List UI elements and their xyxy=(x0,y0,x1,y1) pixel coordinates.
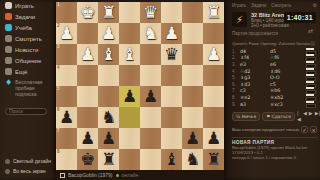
white-move[interactable]: d4 xyxy=(240,49,270,54)
game-controls: ½ Ничья ⚑ Сдаться |◀◀▶▶| xyxy=(232,110,318,122)
black-pawn-h6: ♟ xyxy=(56,107,77,128)
black-pawn-d5: ♟ xyxy=(140,86,161,107)
square-g6[interactable] xyxy=(77,107,98,128)
square-g4[interactable] xyxy=(77,65,98,86)
move-nav-button[interactable]: ▶ xyxy=(309,110,313,122)
square-f7[interactable]: ♟ xyxy=(98,128,119,149)
square-g3[interactable]: ♟ xyxy=(77,44,98,65)
move-number: 4. xyxy=(232,69,240,74)
square-h4[interactable]: 4 xyxy=(56,65,77,86)
square-g1[interactable]: ♚ xyxy=(77,2,98,23)
sidebar-item-3[interactable]: Учёба xyxy=(0,22,56,33)
rank-label: 4 xyxy=(57,65,60,70)
patron-diamond-icon: ♦ xyxy=(5,79,12,87)
square-b5[interactable] xyxy=(182,86,203,107)
fullscreen-icon xyxy=(5,169,10,174)
swap-icon[interactable]: ⇄ xyxy=(308,27,313,34)
draw-offer-text: Ваш соперник предлагает ничью xyxy=(232,127,299,132)
square-h3[interactable]: 3 xyxy=(56,44,77,65)
rank-label: 6 xyxy=(57,107,60,112)
square-h6[interactable]: 6♟ xyxy=(56,107,77,128)
square-a6[interactable] xyxy=(203,107,224,128)
square-e2[interactable] xyxy=(119,23,140,44)
move-number: 2. xyxy=(232,55,240,60)
community-icon xyxy=(5,57,12,64)
square-e5[interactable]: ♟ xyxy=(119,86,140,107)
square-c2[interactable]: ♟ xyxy=(161,23,182,44)
chess-board[interactable]: 1♚♜♛♜2♟♟♞♟3♟♝♝♛♟45♟♟6♟♞7♟♟♟♟8♚♜♝♞♜ xyxy=(56,2,224,170)
sidebar-item-7[interactable]: Ещё xyxy=(0,66,56,77)
eval-chips xyxy=(306,101,316,108)
white-move[interactable]: ♗d3 xyxy=(240,82,270,87)
white-pawn-c2: ♟ xyxy=(161,23,182,44)
new-game-line3: победа 0 / ничья 1 / поражение 0 xyxy=(232,155,318,160)
square-a5[interactable] xyxy=(203,86,224,107)
sidebar-footer-label: Во весь экран xyxy=(13,168,45,174)
learn-icon xyxy=(5,24,12,31)
square-c4[interactable] xyxy=(161,65,182,86)
square-a8[interactable]: ♜ xyxy=(203,149,224,170)
sidebar-item-1[interactable]: Играть xyxy=(0,0,56,11)
more-icon xyxy=(5,68,12,75)
square-b7[interactable]: ♟ xyxy=(182,128,203,149)
bottom-player-bar: ВасорGoblin (1979) онлайн xyxy=(56,170,224,180)
square-f6[interactable]: ♞ xyxy=(98,107,119,128)
black-move[interactable]: c5 xyxy=(270,82,300,87)
move-number: 6. xyxy=(232,82,240,87)
square-g2[interactable] xyxy=(77,23,98,44)
square-c5[interactable] xyxy=(161,86,182,107)
move-nav-button[interactable]: |◀ xyxy=(297,110,301,122)
sidebar-footer-item[interactable]: Во весь экран xyxy=(0,166,56,176)
white-move[interactable]: e3 xyxy=(240,62,270,67)
black-queen-c3: ♛ xyxy=(161,44,182,65)
square-c1[interactable] xyxy=(161,2,182,23)
white-rook-f1: ♜ xyxy=(98,2,119,23)
square-e1[interactable] xyxy=(119,2,140,23)
square-e6[interactable] xyxy=(119,107,140,128)
square-b1[interactable] xyxy=(182,2,203,23)
square-d5[interactable]: ♟ xyxy=(140,86,161,107)
search-input[interactable] xyxy=(5,108,47,115)
white-pawn-h2: ♟ xyxy=(56,23,77,44)
square-a1[interactable]: ♜ xyxy=(203,2,224,23)
black-king-g8: ♚ xyxy=(77,149,98,170)
move-number: 3. xyxy=(232,62,240,67)
rank-label: 3 xyxy=(57,44,60,49)
theme-icon xyxy=(5,159,10,164)
sidebar-footer-item[interactable]: Светлый дизайн xyxy=(0,156,56,166)
sidebar-item-label: Общение xyxy=(15,58,41,64)
square-e8[interactable] xyxy=(119,149,140,170)
sidebar-item-label: Задачи xyxy=(15,14,35,20)
sidebar-item-label: Ещё xyxy=(15,69,27,75)
sidebar-item-patron[interactable]: ♦ Бесплатная пробная подписка xyxy=(0,77,56,99)
tournament-clock: 1:40:31 xyxy=(284,12,316,23)
white-bishop-f3: ♝ xyxy=(98,44,119,65)
top-nav-item[interactable]: Смотреть xyxy=(271,3,291,8)
tournament-card: ⚡ 32 Blitz Arena Блиц • 140 игроков 3+0 … xyxy=(232,12,318,36)
draw-offer-button[interactable]: ½ Ничья xyxy=(232,112,260,121)
square-g5[interactable] xyxy=(77,86,98,107)
gear-icon[interactable]: ⚙ xyxy=(313,2,317,8)
black-pawn-f7: ♟ xyxy=(98,128,119,149)
square-c3[interactable]: ♛ xyxy=(161,44,182,65)
sidebar-item-label: Учёба xyxy=(15,25,32,31)
white-move[interactable]: ♗g3 xyxy=(240,75,270,80)
square-f3[interactable]: ♝ xyxy=(98,44,119,65)
move-number: 7. xyxy=(232,88,240,93)
square-g7[interactable]: ♟ xyxy=(77,128,98,149)
black-pawn-b7: ♟ xyxy=(182,128,203,149)
square-b4[interactable] xyxy=(182,65,203,86)
white-king-g1: ♚ xyxy=(77,2,98,23)
new-game-block: НОВАЯ ПАРТИЯ ВасорGoblin (1979) против B… xyxy=(232,137,318,160)
top-nav: ИгратьЗадачиСмотреть⚙ xyxy=(224,0,320,9)
square-d1[interactable]: ♛ xyxy=(140,2,161,23)
sidebar-item-5[interactable]: Новости xyxy=(0,44,56,55)
square-d7[interactable] xyxy=(140,128,161,149)
rank-label: 8 xyxy=(57,149,60,154)
move-nav: |◀◀▶▶| xyxy=(297,110,320,122)
white-queen-d1: ♛ xyxy=(140,2,161,23)
move-number: 8. xyxy=(232,95,240,100)
decline-icon[interactable]: × xyxy=(310,126,317,133)
sidebar-footer: Светлый дизайнВо весь экран xyxy=(0,156,56,176)
square-d3[interactable] xyxy=(140,44,161,65)
square-e4[interactable] xyxy=(119,65,140,86)
draw-offer-row: Ваш соперник предлагает ничью ✓ × xyxy=(232,126,318,133)
move-list: 1.d4d52.♗f4♘f63.e3e64.♘d2♗d65.♗g3O-O6.♗d… xyxy=(232,48,318,107)
black-knight-b8: ♞ xyxy=(182,149,203,170)
square-b6[interactable] xyxy=(182,107,203,128)
black-move[interactable]: ♕b6 xyxy=(270,88,300,93)
white-rook-a1: ♜ xyxy=(203,2,224,23)
square-d4[interactable] xyxy=(140,65,161,86)
player-status: онлайн xyxy=(122,172,139,178)
move-number: 1. xyxy=(232,49,240,54)
square-b2[interactable] xyxy=(182,23,203,44)
square-f8[interactable]: ♜ xyxy=(98,149,119,170)
online-dot-icon xyxy=(116,174,119,177)
black-move[interactable]: ♕xb2 xyxy=(270,95,300,100)
sidebar-item-4[interactable]: Смотреть xyxy=(0,33,56,44)
square-d6[interactable] xyxy=(140,107,161,128)
square-e3[interactable]: ♝ xyxy=(119,44,140,65)
square-d2[interactable]: ♞ xyxy=(140,23,161,44)
black-move[interactable]: d5 xyxy=(270,49,300,54)
square-f2[interactable]: ♟ xyxy=(98,23,119,44)
rank-label: 2 xyxy=(57,23,60,28)
square-e7[interactable] xyxy=(119,128,140,149)
square-h1[interactable]: 1 xyxy=(56,2,77,23)
square-d8[interactable] xyxy=(140,149,161,170)
book-icon[interactable]: ▤ xyxy=(310,40,315,46)
rank-label: 1 xyxy=(57,2,60,7)
square-b3[interactable] xyxy=(182,44,203,65)
black-move[interactable]: O-O xyxy=(270,75,300,80)
square-b8[interactable]: ♞ xyxy=(182,149,203,170)
square-f1[interactable]: ♜ xyxy=(98,2,119,23)
news-icon xyxy=(5,46,12,53)
black-pawn-e5: ♟ xyxy=(119,86,140,107)
opening-name: Queen's Pawn Opening: Zukertort Variatio… xyxy=(232,41,310,46)
black-pawn-g7: ♟ xyxy=(77,128,98,149)
square-a2[interactable] xyxy=(203,23,224,44)
square-f5[interactable] xyxy=(98,86,119,107)
rank-label: 7 xyxy=(57,128,60,133)
white-pawn-a3: ♟ xyxy=(203,44,224,65)
sidebar-menu: ИгратьЗадачиУчёбаСмотретьНовостиОбщениеЕ… xyxy=(0,0,56,77)
puzzle-icon xyxy=(5,13,12,20)
game-status-text: Партия продолжается xyxy=(232,31,318,36)
square-h7[interactable]: 7 xyxy=(56,128,77,149)
black-move[interactable]: ♗d6 xyxy=(270,69,300,74)
patron-label: Бесплатная пробная подписка xyxy=(15,79,53,97)
side-panel: ИгратьЗадачиСмотреть⚙ ⚡ 32 Blitz Arena Б… xyxy=(224,0,320,180)
rank-label: 5 xyxy=(57,86,60,91)
square-c6[interactable] xyxy=(161,107,182,128)
black-move[interactable]: ♕xc3 xyxy=(270,102,300,107)
square-a3[interactable]: ♟ xyxy=(203,44,224,65)
move-number: 9. xyxy=(232,102,240,107)
square-h5[interactable]: 5 xyxy=(56,86,77,107)
move-nav-button[interactable]: ▶| xyxy=(315,110,320,122)
sidebar: ИгратьЗадачиУчёбаСмотретьНовостиОбщениеЕ… xyxy=(0,0,56,180)
square-h2[interactable]: 2♟ xyxy=(56,23,77,44)
black-pawn-a7: ♟ xyxy=(203,128,224,149)
square-a7[interactable]: ♟ xyxy=(203,128,224,149)
white-pawn-f2: ♟ xyxy=(98,23,119,44)
square-g8[interactable]: ♚ xyxy=(77,149,98,170)
top-nav-item[interactable]: Задачи xyxy=(251,3,266,8)
square-f4[interactable] xyxy=(98,65,119,86)
white-move[interactable]: ♘d2 xyxy=(240,69,270,74)
white-move[interactable]: a3 xyxy=(240,102,270,107)
watch-icon xyxy=(5,35,12,42)
opening-row: Queen's Pawn Opening: Zukertort Variatio… xyxy=(232,40,318,46)
move-nav-button[interactable]: ◀ xyxy=(303,110,307,122)
white-move[interactable]: ♕e2 xyxy=(240,95,270,100)
black-rook-a8: ♜ xyxy=(203,149,224,170)
sidebar-item-label: Играть xyxy=(15,3,34,9)
sidebar-footer-label: Светлый дизайн xyxy=(13,158,51,164)
sidebar-item-2[interactable]: Задачи xyxy=(0,11,56,22)
player-avatar-icon xyxy=(60,173,65,178)
square-c7[interactable] xyxy=(161,128,182,149)
square-h8[interactable]: 8 xyxy=(56,149,77,170)
square-c8[interactable]: ♝ xyxy=(161,149,182,170)
move-number: 5. xyxy=(232,75,240,80)
black-move[interactable]: e6 xyxy=(270,62,300,67)
move-row[interactable]: 9.a3♕xc3 xyxy=(232,101,318,108)
white-bishop-e3: ♝ xyxy=(119,44,140,65)
knight-icon xyxy=(5,2,12,9)
white-move[interactable]: c3 xyxy=(240,88,270,93)
white-pawn-g3: ♟ xyxy=(77,44,98,65)
resign-button[interactable]: ⚑ Сдаться xyxy=(262,112,295,121)
sidebar-item-label: Новости xyxy=(15,47,38,53)
top-nav-item[interactable]: Играть xyxy=(232,3,246,8)
sidebar-item-6[interactable]: Общение xyxy=(0,55,56,66)
player-name: ВасорGoblin (1979) xyxy=(68,172,113,178)
black-move[interactable]: ♘f6 xyxy=(270,55,300,60)
black-rook-f8: ♜ xyxy=(98,149,119,170)
square-a4[interactable] xyxy=(203,65,224,86)
sidebar-item-label: Смотреть xyxy=(15,36,42,42)
black-bishop-c8: ♝ xyxy=(161,149,182,170)
white-move[interactable]: ♗f4 xyxy=(240,55,270,60)
white-knight-d2: ♞ xyxy=(140,23,161,44)
accept-icon[interactable]: ✓ xyxy=(301,126,308,133)
blitz-lightning-icon: ⚡ xyxy=(232,12,247,27)
black-knight-f6: ♞ xyxy=(98,107,119,128)
